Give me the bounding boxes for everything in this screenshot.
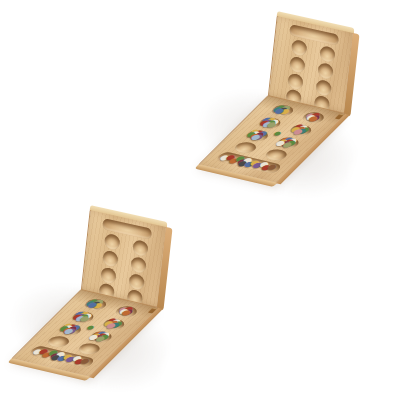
base-pit-r4-c1 (44, 334, 72, 348)
gem-stone: ● (256, 130, 270, 138)
gem-stone: ● (119, 309, 133, 317)
gem-stone: ● (48, 352, 62, 360)
gem-stone: ● (296, 124, 310, 132)
gem-stone: ● (304, 113, 318, 121)
mancala-set-top-right: ●●●●●●●●●●●●●●●●●●●●●●●●●●●●●●●●●●●●●●●●… (195, 0, 395, 200)
gem-stone: ● (87, 333, 101, 341)
gem-stone: ● (72, 358, 86, 366)
gem-stone: ● (70, 354, 84, 362)
gem-stone: ● (274, 139, 288, 147)
gem-stone: ● (306, 115, 320, 123)
gem-stone: ● (264, 119, 278, 127)
gem-stone: ● (61, 324, 75, 332)
base-pit-r1-c1: ●●●●●● (81, 297, 109, 311)
gem-stone: ● (248, 159, 262, 167)
gem-stone: ● (271, 105, 285, 113)
gem-stone: ● (261, 120, 275, 128)
gem-stone: ● (252, 131, 266, 139)
gem-stone: ● (236, 159, 250, 167)
gem-stone: ● (84, 299, 98, 307)
base-pit-r4-c2 (75, 342, 103, 356)
gem-stone: ● (248, 128, 262, 136)
gem-stone: ● (78, 315, 92, 323)
gem-stone: ● (37, 347, 51, 355)
gem-stone: ● (282, 136, 296, 144)
base-pit-r2-c1: ●●●●●●●● (256, 116, 284, 130)
gem-stone: ● (304, 112, 318, 120)
gem-stone: ● (89, 332, 103, 340)
gem-stone: ● (97, 333, 111, 341)
gem-stone: ● (61, 326, 75, 334)
gem-stone: ● (111, 320, 125, 328)
gem-stone: ● (248, 130, 262, 138)
gem-stone: ● (122, 308, 136, 316)
gem-stone: ● (309, 112, 323, 120)
gem-stone: ● (102, 319, 116, 327)
lid-pit-r1-c1 (104, 232, 121, 250)
gem-stone: ● (233, 155, 247, 163)
gem-stone: ● (281, 141, 295, 149)
mancala-set-bottom-left: ●●●●●●●●●●●●●●●●●●●●●●●●●●●●●●●●●●●●●●●●… (8, 194, 208, 394)
gem-stone: ● (74, 314, 88, 322)
gem-stone: ● (260, 116, 274, 124)
gem-stone: ● (265, 163, 279, 171)
gem-stone: ● (278, 108, 292, 116)
gem-stone: ● (268, 118, 282, 126)
gem-stone: ● (61, 322, 75, 330)
gem-stone: ● (242, 160, 256, 168)
gem-stone: ● (265, 121, 279, 129)
gem-stone: ● (91, 330, 105, 338)
gem-stone: ● (91, 333, 105, 341)
gem-stone: ● (298, 126, 312, 134)
gem-stone: ● (57, 325, 71, 333)
gem-stone: ● (274, 104, 288, 112)
gem-stone: ● (235, 158, 249, 166)
gem-stone: ● (257, 160, 271, 168)
product-photo-scene: ●●●●●●●●●●●●●●●●●●●●●●●●●●●●●●●●●●●●●●●●… (0, 0, 400, 400)
base-pit-r2-c1: ●●●●●●●● (69, 310, 97, 324)
lid-pit-r2-c2 (130, 255, 147, 273)
gem-stone: ● (104, 322, 118, 330)
base-pit-r3-c2: ●●●●●●●●● (87, 330, 115, 344)
gem-stone: ● (94, 335, 108, 343)
gem-stone: ● (251, 133, 265, 141)
lid-pit-r1-c2 (132, 239, 149, 257)
lid-pit-r3-c1 (287, 72, 304, 90)
lid-pit-r1-c1 (291, 38, 308, 56)
gem-stone: ● (77, 313, 91, 321)
gem-stone: ● (86, 301, 100, 309)
gem-stone: ● (276, 138, 290, 146)
gem-stone: ● (117, 307, 131, 315)
gem-stone: ● (54, 351, 68, 359)
gem-stone: ● (81, 312, 95, 320)
base-pit-r2-c2: ●●●●●●● (99, 317, 127, 331)
gem-stone: ● (89, 300, 103, 308)
lid-pit-r3-c2 (315, 78, 332, 96)
gem-stone: ● (63, 356, 77, 364)
gem-stone: ● (309, 114, 323, 122)
gem-stone: ● (285, 137, 299, 145)
gem-stone: ● (98, 331, 112, 339)
gem-stone: ● (278, 136, 292, 144)
base-pit-r2-c2: ●●●●●●● (286, 123, 314, 137)
gem-stone: ● (279, 105, 293, 113)
gem-stone: ● (261, 118, 275, 126)
gem-stone: ● (291, 128, 305, 136)
gem-stone: ● (49, 353, 63, 361)
base-pit-r1-c2: ●●●●● (299, 111, 327, 125)
lid-pit-r2-c2 (317, 61, 334, 79)
gem-stone: ● (74, 312, 88, 320)
gem-stone: ● (77, 311, 91, 319)
gem-stone: ● (117, 306, 131, 314)
gem-stone: ● (108, 321, 122, 329)
gem-stone: ● (65, 325, 79, 333)
base-pit-r4-c2 (262, 148, 290, 162)
lid-pit-r1-c2 (319, 45, 336, 63)
base-pit-r3-c2: ●●●●●●●●● (274, 136, 302, 150)
gem-stone: ● (282, 138, 296, 146)
lid-side-edge (344, 33, 360, 116)
gem-stone: ● (55, 354, 69, 362)
gem-stone: ● (259, 164, 273, 172)
gem-stone: ● (46, 349, 60, 357)
gem-stone: ● (109, 318, 123, 326)
gem-stone: ● (85, 325, 96, 331)
gem-stone: ● (69, 324, 83, 332)
base-pit-r1-c2: ●●●●● (112, 305, 140, 319)
gem-stone: ● (295, 127, 309, 135)
gem-stone: ● (95, 330, 109, 338)
gem-stone: ● (249, 134, 263, 142)
gem-stone: ● (95, 332, 109, 340)
gem-stone: ● (278, 139, 292, 147)
lid-pit-r2-c1 (102, 249, 119, 267)
gem-stone: ● (292, 123, 306, 131)
gem-stone: ● (257, 119, 271, 127)
gem-stone: ● (289, 125, 303, 133)
base-pit-r1-c1: ●●●●●● (268, 103, 296, 117)
base-pit-r3-c1: ●●●●●●●●● (243, 129, 271, 143)
gem-stone: ● (65, 323, 79, 331)
gem-stone: ● (224, 153, 238, 161)
gem-stone: ● (87, 298, 101, 306)
lid-pit-r3-c2 (128, 272, 145, 290)
gem-stone: ● (78, 357, 92, 365)
gem-stone: ● (294, 125, 308, 133)
gem-stone: ● (218, 154, 232, 162)
gem-stone: ● (241, 157, 255, 165)
gem-stone: ● (276, 106, 290, 114)
gem-stone: ● (91, 302, 105, 310)
gem-stone: ● (244, 131, 258, 139)
gem-stone: ● (31, 348, 45, 356)
gem-stone: ● (107, 319, 121, 327)
gem-stone: ● (227, 157, 241, 165)
gem-stone: ● (264, 117, 278, 125)
gem-stone: ● (248, 132, 262, 140)
lid-pit-r2-c1 (289, 55, 306, 73)
gem-stone: ● (92, 299, 106, 307)
gem-stone: ● (284, 139, 298, 147)
gem-stone: ● (273, 107, 287, 115)
gem-stone: ● (252, 129, 266, 137)
gem-stone: ● (105, 317, 119, 325)
gem-stone: ● (70, 313, 84, 321)
gem-stone: ● (61, 353, 75, 361)
gem-stone: ● (73, 310, 87, 318)
lid-pit-r3-c1 (100, 266, 117, 284)
gem-stone: ● (122, 306, 136, 314)
gem-stone: ● (272, 131, 283, 137)
lid-side-edge (157, 227, 173, 310)
gem-stone: ● (40, 351, 54, 359)
gem-stone: ● (62, 328, 76, 336)
base-pit-r4-c1 (231, 140, 259, 154)
base-pit-r3-c1: ●●●●●●●●● (56, 323, 84, 337)
gem-stone: ● (64, 327, 78, 335)
gem-stone: ● (250, 162, 264, 170)
